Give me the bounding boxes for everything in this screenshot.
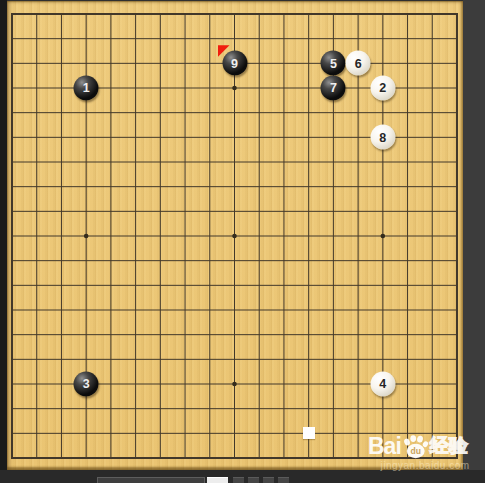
stone-white-4: 4 <box>370 372 395 397</box>
baidu-logo-text: Bai <box>368 433 401 460</box>
stone-black-7: 7 <box>321 76 346 101</box>
frame-right <box>463 0 485 470</box>
stone-black-9: 9 <box>222 51 247 76</box>
carousel-tile-4[interactable] <box>263 477 274 483</box>
stone-white-2: 2 <box>370 76 395 101</box>
baidu-watermark: Bai du 经验 jingyan.baidu.com <box>368 433 482 471</box>
star-point <box>232 86 237 91</box>
stone-black-1: 1 <box>74 76 99 101</box>
baidu-logo: Bai du 经验 <box>368 433 482 459</box>
stone-black-3: 3 <box>74 372 99 397</box>
star-point <box>84 234 89 239</box>
stone-white-8: 8 <box>370 125 395 150</box>
baidu-paw-icon: du <box>402 434 429 459</box>
go-board-grid: 123456789 <box>11 13 458 459</box>
baidu-du-text: du <box>410 446 420 456</box>
stone-white-6: 6 <box>346 51 371 76</box>
star-point <box>232 382 237 387</box>
carousel-tile-5[interactable] <box>278 477 289 483</box>
star-point <box>381 234 386 239</box>
screenshot-root: 123456789 Bai du 经验 jingyan.baidu.com <box>0 0 485 483</box>
go-board[interactable]: 123456789 <box>7 1 463 470</box>
baidu-url-text: jingyan.baidu.com <box>368 460 482 471</box>
carousel-tile-1[interactable] <box>207 477 228 483</box>
star-point <box>232 234 237 239</box>
baidu-jingyan-text: 经验 <box>430 433 468 459</box>
carousel-tile-2[interactable] <box>233 477 244 483</box>
carousel-tile-3[interactable] <box>248 477 259 483</box>
square-marker <box>303 427 315 439</box>
frame-left <box>0 0 7 470</box>
carousel-progress-bar[interactable] <box>97 477 205 483</box>
stone-black-5: 5 <box>321 51 346 76</box>
carousel-pager <box>0 477 485 483</box>
